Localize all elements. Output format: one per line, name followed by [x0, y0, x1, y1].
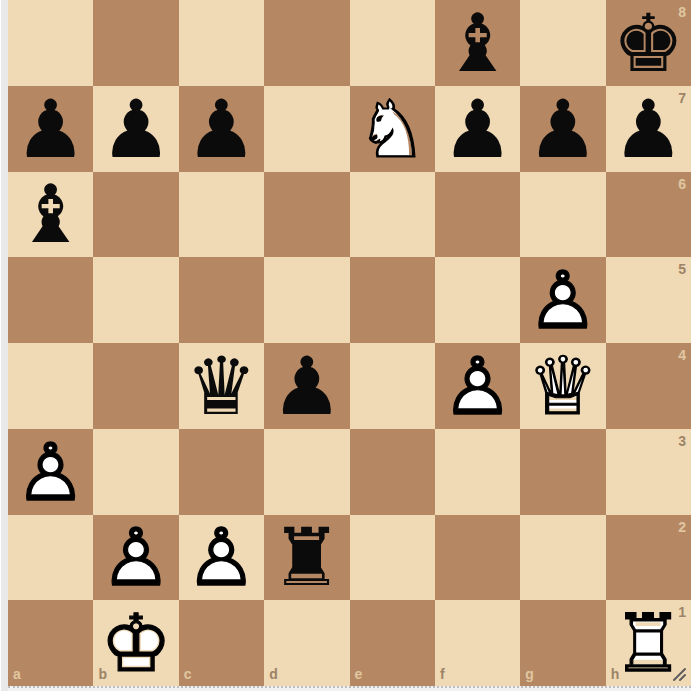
black-bishop-glyph: ♝ — [435, 1, 520, 87]
square-g2[interactable] — [520, 515, 605, 601]
black-pawn-glyph: ♟ — [520, 87, 605, 173]
square-b3[interactable] — [93, 429, 178, 515]
white-knight-outline: ♘ — [350, 87, 435, 173]
white-pawn[interactable]: ♟♙ — [520, 257, 605, 343]
white-pawn-outline: ♙ — [93, 516, 178, 602]
square-a1[interactable]: a — [8, 600, 93, 686]
square-d1[interactable]: d — [264, 600, 349, 686]
black-king[interactable]: ♚ — [606, 0, 691, 86]
square-d6[interactable] — [264, 172, 349, 258]
square-e2[interactable] — [350, 515, 435, 601]
board-resize-handle[interactable] — [669, 664, 687, 682]
square-b5[interactable] — [93, 257, 178, 343]
rank-label-2: 2 — [678, 520, 686, 534]
square-c1[interactable]: c — [179, 600, 264, 686]
black-pawn-glyph: ♟ — [606, 87, 691, 173]
square-d4[interactable]: ♟ — [264, 343, 349, 429]
square-a7[interactable]: ♟ — [8, 86, 93, 172]
white-pawn[interactable]: ♟♙ — [8, 429, 93, 515]
square-d5[interactable] — [264, 257, 349, 343]
file-label-f: f — [440, 667, 445, 681]
file-label-g: g — [525, 667, 534, 681]
square-f1[interactable]: f — [435, 600, 520, 686]
chess-board[interactable]: ♝8♚♟♟♟♞♘♟♟7♟♝6♟♙5♛♟♟♙♛♕4♟♙3♟♙♟♙♜2ab♚♔cde… — [8, 0, 691, 686]
square-c8[interactable] — [179, 0, 264, 86]
left-gutter — [0, 0, 8, 691]
file-label-c: c — [184, 667, 192, 681]
square-b4[interactable] — [93, 343, 178, 429]
bottom-gutter — [8, 686, 691, 691]
black-rook[interactable]: ♜ — [264, 515, 349, 601]
square-h2[interactable]: 2 — [606, 515, 691, 601]
square-h5[interactable]: 5 — [606, 257, 691, 343]
square-c5[interactable] — [179, 257, 264, 343]
square-c6[interactable] — [179, 172, 264, 258]
square-f3[interactable] — [435, 429, 520, 515]
file-label-a: a — [13, 667, 21, 681]
black-pawn-glyph: ♟ — [435, 87, 520, 173]
square-h3[interactable]: 3 — [606, 429, 691, 515]
rank-label-6: 6 — [678, 177, 686, 191]
square-f2[interactable] — [435, 515, 520, 601]
black-pawn[interactable]: ♟ — [435, 86, 520, 172]
resize-handle-icon — [669, 664, 687, 682]
square-g5[interactable]: ♟♙ — [520, 257, 605, 343]
square-b8[interactable] — [93, 0, 178, 86]
square-f6[interactable] — [435, 172, 520, 258]
black-queen-glyph: ♛ — [179, 344, 264, 430]
square-f5[interactable] — [435, 257, 520, 343]
square-e1[interactable]: e — [350, 600, 435, 686]
black-pawn[interactable]: ♟ — [606, 86, 691, 172]
black-bishop[interactable]: ♝ — [8, 172, 93, 258]
black-pawn[interactable]: ♟ — [93, 86, 178, 172]
square-e3[interactable] — [350, 429, 435, 515]
white-pawn[interactable]: ♟♙ — [435, 343, 520, 429]
square-e4[interactable] — [350, 343, 435, 429]
square-g6[interactable] — [520, 172, 605, 258]
square-d7[interactable] — [264, 86, 349, 172]
square-h8[interactable]: 8♚ — [606, 0, 691, 86]
square-b6[interactable] — [93, 172, 178, 258]
black-king-glyph: ♚ — [606, 1, 691, 87]
square-g4[interactable]: ♛♕ — [520, 343, 605, 429]
white-knight[interactable]: ♞♘ — [350, 86, 435, 172]
square-d3[interactable] — [264, 429, 349, 515]
square-a4[interactable] — [8, 343, 93, 429]
square-g8[interactable] — [520, 0, 605, 86]
file-label-d: d — [269, 667, 278, 681]
white-pawn-outline: ♙ — [435, 344, 520, 430]
file-label-e: e — [355, 667, 363, 681]
square-c2[interactable]: ♟♙ — [179, 515, 264, 601]
black-pawn-glyph: ♟ — [93, 87, 178, 173]
rank-label-5: 5 — [678, 262, 686, 276]
white-pawn-outline: ♙ — [8, 430, 93, 516]
black-pawn[interactable]: ♟ — [8, 86, 93, 172]
page: ♝8♚♟♟♟♞♘♟♟7♟♝6♟♙5♛♟♟♙♛♕4♟♙3♟♙♟♙♜2ab♚♔cde… — [0, 0, 691, 691]
black-pawn[interactable]: ♟ — [264, 343, 349, 429]
square-c3[interactable] — [179, 429, 264, 515]
square-g3[interactable] — [520, 429, 605, 515]
white-queen[interactable]: ♛♕ — [520, 343, 605, 429]
square-g1[interactable]: g — [520, 600, 605, 686]
white-king[interactable]: ♚♔ — [93, 600, 178, 686]
square-f4[interactable]: ♟♙ — [435, 343, 520, 429]
rank-label-4: 4 — [678, 348, 686, 362]
square-h4[interactable]: 4 — [606, 343, 691, 429]
square-h7[interactable]: 7♟ — [606, 86, 691, 172]
square-b7[interactable]: ♟ — [93, 86, 178, 172]
square-a2[interactable] — [8, 515, 93, 601]
square-f7[interactable]: ♟ — [435, 86, 520, 172]
square-d8[interactable] — [264, 0, 349, 86]
black-pawn[interactable]: ♟ — [179, 86, 264, 172]
square-a5[interactable] — [8, 257, 93, 343]
white-pawn[interactable]: ♟♙ — [179, 515, 264, 601]
square-e6[interactable] — [350, 172, 435, 258]
white-pawn[interactable]: ♟♙ — [93, 515, 178, 601]
black-queen[interactable]: ♛ — [179, 343, 264, 429]
black-pawn-glyph: ♟ — [8, 87, 93, 173]
square-a6[interactable]: ♝ — [8, 172, 93, 258]
square-h6[interactable]: 6 — [606, 172, 691, 258]
white-pawn-outline: ♙ — [179, 516, 264, 602]
square-e5[interactable] — [350, 257, 435, 343]
black-pawn-glyph: ♟ — [179, 87, 264, 173]
square-c7[interactable]: ♟ — [179, 86, 264, 172]
square-f8[interactable]: ♝ — [435, 0, 520, 86]
square-e8[interactable] — [350, 0, 435, 86]
black-rook-glyph: ♜ — [264, 516, 349, 602]
black-pawn-glyph: ♟ — [264, 344, 349, 430]
square-d2[interactable]: ♜ — [264, 515, 349, 601]
square-a8[interactable] — [8, 0, 93, 86]
white-king-outline: ♔ — [93, 601, 178, 687]
black-pawn[interactable]: ♟ — [520, 86, 605, 172]
black-bishop[interactable]: ♝ — [435, 0, 520, 86]
square-b2[interactable]: ♟♙ — [93, 515, 178, 601]
square-g7[interactable]: ♟ — [520, 86, 605, 172]
square-b1[interactable]: b♚♔ — [93, 600, 178, 686]
rank-label-3: 3 — [678, 434, 686, 448]
square-a3[interactable]: ♟♙ — [8, 429, 93, 515]
square-c4[interactable]: ♛ — [179, 343, 264, 429]
square-e7[interactable]: ♞♘ — [350, 86, 435, 172]
black-bishop-glyph: ♝ — [8, 173, 93, 259]
white-pawn-outline: ♙ — [520, 258, 605, 344]
white-queen-outline: ♕ — [520, 344, 605, 430]
